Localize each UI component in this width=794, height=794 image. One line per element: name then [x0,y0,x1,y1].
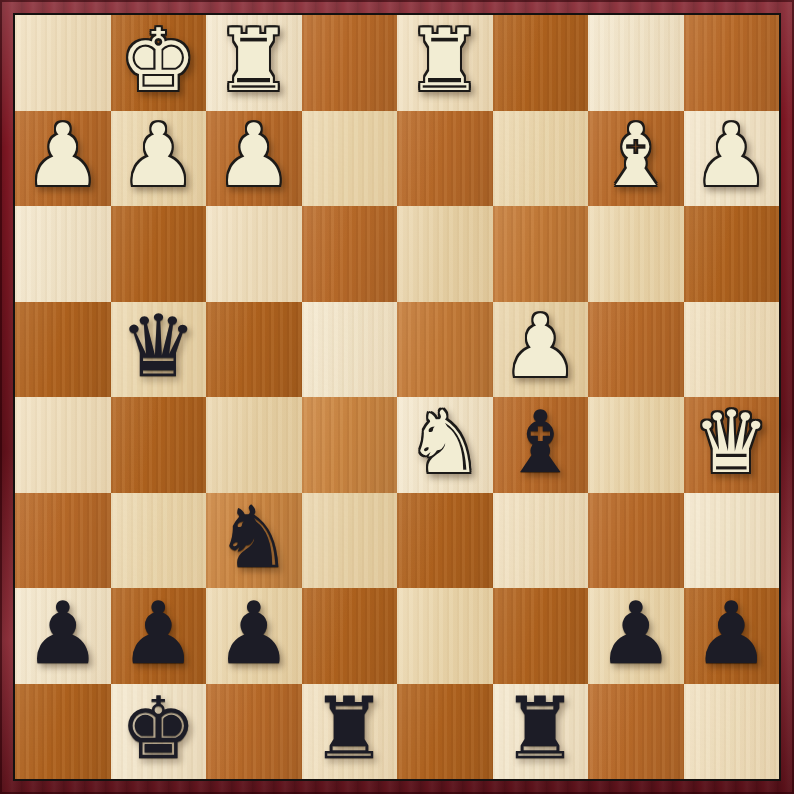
square-a4[interactable] [684,302,780,398]
piece-black-bishop[interactable]: ♝ [493,397,589,490]
square-g2[interactable]: ♟ [111,111,207,207]
square-h1[interactable] [15,15,111,111]
square-c6[interactable] [493,493,589,589]
square-g7[interactable]: ♟ [111,588,207,684]
piece-black-king[interactable]: ♚ [111,684,207,777]
piece-white-rook[interactable]: ♜ [397,15,493,108]
square-d1[interactable]: ♜ [397,15,493,111]
square-g8[interactable]: ♚ [111,684,207,780]
square-e1[interactable] [302,15,398,111]
square-a7[interactable]: ♟ [684,588,780,684]
piece-white-king[interactable]: ♚ [111,15,207,108]
piece-black-pawn[interactable]: ♟ [111,588,207,681]
square-e8[interactable]: ♜ [302,684,398,780]
square-f4[interactable] [206,302,302,398]
square-g6[interactable] [111,493,207,589]
piece-black-pawn[interactable]: ♟ [15,588,111,681]
square-d3[interactable] [397,206,493,302]
piece-white-bishop[interactable]: ♝ [588,111,684,204]
square-e5[interactable] [302,397,398,493]
square-e4[interactable] [302,302,398,398]
piece-black-queen[interactable]: ♛ [111,302,207,395]
piece-white-pawn[interactable]: ♟ [111,111,207,204]
piece-white-pawn[interactable]: ♟ [15,111,111,204]
piece-white-pawn[interactable]: ♟ [684,111,780,204]
piece-black-pawn[interactable]: ♟ [206,588,302,681]
square-e2[interactable] [302,111,398,207]
square-h4[interactable] [15,302,111,398]
square-e6[interactable] [302,493,398,589]
square-c4[interactable]: ♟ [493,302,589,398]
square-h5[interactable] [15,397,111,493]
piece-white-queen[interactable]: ♛ [684,397,780,490]
square-c7[interactable] [493,588,589,684]
square-g5[interactable] [111,397,207,493]
chess-board[interactable]: ♚♜♜♟♟♟♝♟♛♟♞♝♛♞♟♟♟♟♟♚♜♜ [15,15,779,779]
piece-white-pawn[interactable]: ♟ [206,111,302,204]
piece-white-pawn[interactable]: ♟ [493,302,589,395]
piece-black-knight[interactable]: ♞ [206,493,302,586]
square-h2[interactable]: ♟ [15,111,111,207]
square-b1[interactable] [588,15,684,111]
square-b7[interactable]: ♟ [588,588,684,684]
square-b8[interactable] [588,684,684,780]
square-c8[interactable]: ♜ [493,684,589,780]
square-f5[interactable] [206,397,302,493]
square-b3[interactable] [588,206,684,302]
piece-white-knight[interactable]: ♞ [397,397,493,490]
square-d4[interactable] [397,302,493,398]
square-a8[interactable] [684,684,780,780]
square-h7[interactable]: ♟ [15,588,111,684]
square-b2[interactable]: ♝ [588,111,684,207]
square-f1[interactable]: ♜ [206,15,302,111]
board-frame: ♚♜♜♟♟♟♝♟♛♟♞♝♛♞♟♟♟♟♟♚♜♜ [0,0,794,794]
piece-black-rook[interactable]: ♜ [302,684,398,777]
square-d2[interactable] [397,111,493,207]
square-e7[interactable] [302,588,398,684]
square-b6[interactable] [588,493,684,589]
square-f3[interactable] [206,206,302,302]
board-inner-border: ♚♜♜♟♟♟♝♟♛♟♞♝♛♞♟♟♟♟♟♚♜♜ [13,13,781,781]
square-c1[interactable] [493,15,589,111]
square-a1[interactable] [684,15,780,111]
square-g1[interactable]: ♚ [111,15,207,111]
square-g3[interactable] [111,206,207,302]
square-a5[interactable]: ♛ [684,397,780,493]
square-c3[interactable] [493,206,589,302]
square-d6[interactable] [397,493,493,589]
square-d5[interactable]: ♞ [397,397,493,493]
square-g4[interactable]: ♛ [111,302,207,398]
square-h8[interactable] [15,684,111,780]
square-d8[interactable] [397,684,493,780]
square-f8[interactable] [206,684,302,780]
square-f7[interactable]: ♟ [206,588,302,684]
square-h6[interactable] [15,493,111,589]
square-f2[interactable]: ♟ [206,111,302,207]
square-b5[interactable] [588,397,684,493]
square-b4[interactable] [588,302,684,398]
square-c2[interactable] [493,111,589,207]
square-f6[interactable]: ♞ [206,493,302,589]
square-d7[interactable] [397,588,493,684]
square-a2[interactable]: ♟ [684,111,780,207]
square-a3[interactable] [684,206,780,302]
piece-black-pawn[interactable]: ♟ [588,588,684,681]
piece-black-pawn[interactable]: ♟ [684,588,780,681]
square-a6[interactable] [684,493,780,589]
piece-black-rook[interactable]: ♜ [493,684,589,777]
square-e3[interactable] [302,206,398,302]
square-c5[interactable]: ♝ [493,397,589,493]
square-h3[interactable] [15,206,111,302]
piece-white-rook[interactable]: ♜ [206,15,302,108]
